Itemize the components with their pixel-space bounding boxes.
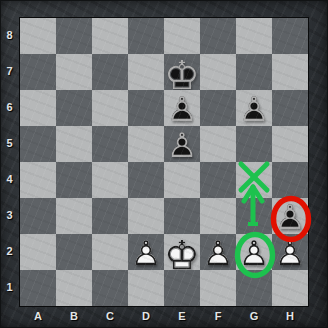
square-b7[interactable] (56, 54, 92, 90)
square-c1[interactable] (92, 270, 128, 306)
file-label-E: E (164, 307, 200, 325)
square-a2[interactable] (20, 234, 56, 270)
square-d6[interactable] (128, 90, 164, 126)
square-c8[interactable] (92, 18, 128, 54)
square-f7[interactable] (200, 54, 236, 90)
white-pawn[interactable]: ♟♙ (236, 234, 272, 270)
file-label-C: C (92, 307, 128, 325)
square-c3[interactable] (92, 198, 128, 234)
file-label-G: G (236, 307, 272, 325)
piece-glyph-outline: ♙ (275, 236, 305, 270)
square-h4[interactable] (272, 162, 308, 198)
square-e6[interactable]: ♟♙ (164, 90, 200, 126)
square-g1[interactable] (236, 270, 272, 306)
square-g7[interactable] (236, 54, 272, 90)
square-b4[interactable] (56, 162, 92, 198)
square-g6[interactable]: ♟♙ (236, 90, 272, 126)
black-pawn[interactable]: ♟♙ (272, 198, 308, 234)
square-c6[interactable] (92, 90, 128, 126)
square-g4[interactable] (236, 162, 272, 198)
square-d7[interactable] (128, 54, 164, 90)
square-c2[interactable] (92, 234, 128, 270)
square-a3[interactable] (20, 198, 56, 234)
piece-glyph-outline: ♔ (164, 235, 200, 275)
rank-label-4: 4 (0, 161, 19, 197)
square-c4[interactable] (92, 162, 128, 198)
square-g5[interactable] (236, 126, 272, 162)
black-pawn[interactable]: ♟♙ (236, 90, 272, 126)
square-e2[interactable]: ♚♔ (164, 234, 200, 270)
square-b3[interactable] (56, 198, 92, 234)
square-b5[interactable] (56, 126, 92, 162)
square-a5[interactable] (20, 126, 56, 162)
square-d8[interactable] (128, 18, 164, 54)
piece-glyph-outline: ♙ (239, 236, 269, 270)
square-e8[interactable] (164, 18, 200, 54)
square-h1[interactable] (272, 270, 308, 306)
square-b2[interactable] (56, 234, 92, 270)
square-h8[interactable] (272, 18, 308, 54)
rank-label-1: 1 (0, 269, 19, 305)
file-label-H: H (272, 307, 308, 325)
square-a7[interactable] (20, 54, 56, 90)
rank-label-3: 3 (0, 197, 19, 233)
square-e4[interactable] (164, 162, 200, 198)
piece-glyph-outline: ♙ (275, 200, 305, 234)
square-g8[interactable] (236, 18, 272, 54)
square-d1[interactable] (128, 270, 164, 306)
file-label-D: D (128, 307, 164, 325)
piece-glyph-outline: ♙ (203, 236, 233, 270)
square-e7[interactable]: ♚♔ (164, 54, 200, 90)
piece-glyph-outline: ♙ (167, 128, 197, 162)
square-a8[interactable] (20, 18, 56, 54)
square-f6[interactable] (200, 90, 236, 126)
square-f5[interactable] (200, 126, 236, 162)
square-g3[interactable] (236, 198, 272, 234)
square-a6[interactable] (20, 90, 56, 126)
square-b8[interactable] (56, 18, 92, 54)
square-e5[interactable]: ♟♙ (164, 126, 200, 162)
black-king[interactable]: ♚♔ (164, 54, 200, 90)
rank-label-2: 2 (0, 233, 19, 269)
square-e3[interactable] (164, 198, 200, 234)
square-h3[interactable]: ♟♙ (272, 198, 308, 234)
square-h2[interactable]: ♟♙ (272, 234, 308, 270)
file-label-F: F (200, 307, 236, 325)
square-h6[interactable] (272, 90, 308, 126)
chess-board-frame: ♚♔♟♙♟♙♟♙♟♙♟♙♚♔♟♙♟♙♟♙ 87654321ABCDEFGH (0, 0, 328, 328)
square-d3[interactable] (128, 198, 164, 234)
square-d5[interactable] (128, 126, 164, 162)
square-c7[interactable] (92, 54, 128, 90)
white-pawn[interactable]: ♟♙ (128, 234, 164, 270)
rank-label-8: 8 (0, 17, 19, 53)
piece-glyph-outline: ♙ (167, 92, 197, 126)
black-pawn[interactable]: ♟♙ (164, 90, 200, 126)
square-a1[interactable] (20, 270, 56, 306)
square-e1[interactable] (164, 270, 200, 306)
square-b6[interactable] (56, 90, 92, 126)
white-pawn[interactable]: ♟♙ (200, 234, 236, 270)
white-pawn[interactable]: ♟♙ (272, 234, 308, 270)
square-f8[interactable] (200, 18, 236, 54)
square-f3[interactable] (200, 198, 236, 234)
board: ♚♔♟♙♟♙♟♙♟♙♟♙♚♔♟♙♟♙♟♙ (19, 17, 309, 307)
square-f1[interactable] (200, 270, 236, 306)
square-f2[interactable]: ♟♙ (200, 234, 236, 270)
white-king[interactable]: ♚♔ (164, 234, 200, 270)
piece-glyph-outline: ♙ (239, 92, 269, 126)
square-c5[interactable] (92, 126, 128, 162)
square-h5[interactable] (272, 126, 308, 162)
rank-label-7: 7 (0, 53, 19, 89)
file-label-A: A (20, 307, 56, 325)
square-d4[interactable] (128, 162, 164, 198)
square-g2[interactable]: ♟♙ (236, 234, 272, 270)
square-f4[interactable] (200, 162, 236, 198)
rank-label-6: 6 (0, 89, 19, 125)
square-a4[interactable] (20, 162, 56, 198)
file-label-B: B (56, 307, 92, 325)
square-h7[interactable] (272, 54, 308, 90)
black-pawn[interactable]: ♟♙ (164, 126, 200, 162)
square-b1[interactable] (56, 270, 92, 306)
piece-glyph-outline: ♙ (131, 236, 161, 270)
rank-label-5: 5 (0, 125, 19, 161)
square-d2[interactable]: ♟♙ (128, 234, 164, 270)
